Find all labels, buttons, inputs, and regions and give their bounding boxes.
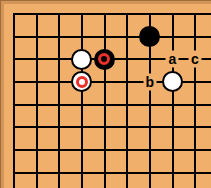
intersection — [48, 116, 71, 139]
intersection — [184, 2, 207, 25]
intersection — [184, 25, 207, 48]
intersection — [70, 70, 93, 93]
intersection — [161, 116, 184, 139]
go-board: acb — [0, 0, 211, 188]
intersection — [161, 70, 184, 93]
intersection: b — [138, 70, 161, 93]
intersection — [93, 138, 116, 161]
intersection — [138, 48, 161, 71]
intersection — [70, 161, 93, 184]
circle-marker-icon — [76, 76, 88, 88]
white-stone — [162, 71, 183, 92]
intersection — [48, 2, 71, 25]
black-stone — [139, 26, 160, 47]
intersection — [138, 116, 161, 139]
intersection — [48, 25, 71, 48]
intersection — [184, 116, 207, 139]
intersection — [161, 25, 184, 48]
intersection — [48, 161, 71, 184]
intersection — [48, 93, 71, 116]
intersection — [2, 138, 25, 161]
intersection — [93, 116, 116, 139]
intersection — [25, 2, 48, 25]
white-stone-circle-marked — [71, 71, 92, 92]
intersection — [70, 48, 93, 71]
intersection — [48, 138, 71, 161]
intersection — [138, 2, 161, 25]
intersection — [161, 161, 184, 184]
intersection — [138, 93, 161, 116]
circle-marker-icon — [98, 53, 110, 65]
intersection — [25, 70, 48, 93]
intersection — [93, 70, 116, 93]
intersection — [138, 138, 161, 161]
black-stone-circle-marked — [94, 49, 115, 70]
intersection — [116, 161, 139, 184]
intersection — [2, 116, 25, 139]
intersection — [93, 48, 116, 71]
intersection — [93, 25, 116, 48]
intersection — [138, 161, 161, 184]
intersection — [25, 138, 48, 161]
intersection — [25, 25, 48, 48]
intersection — [93, 93, 116, 116]
intersection — [48, 48, 71, 71]
intersection — [2, 93, 25, 116]
intersection — [70, 116, 93, 139]
intersection — [2, 25, 25, 48]
intersection — [70, 93, 93, 116]
intersection — [25, 161, 48, 184]
intersection — [2, 161, 25, 184]
intersection — [184, 161, 207, 184]
intersection — [184, 70, 207, 93]
intersection — [138, 25, 161, 48]
white-stone — [71, 49, 92, 70]
intersection — [116, 2, 139, 25]
point-label-a: a — [168, 52, 176, 66]
intersection: a — [161, 48, 184, 71]
intersection — [184, 93, 207, 116]
intersection — [48, 70, 71, 93]
intersection — [161, 2, 184, 25]
intersection — [116, 48, 139, 71]
intersection — [25, 116, 48, 139]
intersection — [70, 138, 93, 161]
intersection — [25, 93, 48, 116]
intersection — [25, 48, 48, 71]
intersection — [70, 2, 93, 25]
intersection — [116, 138, 139, 161]
intersection — [70, 25, 93, 48]
intersection — [116, 116, 139, 139]
board-grid: acb — [2, 2, 206, 183]
intersection — [2, 70, 25, 93]
intersection — [116, 70, 139, 93]
intersection — [116, 93, 139, 116]
intersection — [2, 2, 25, 25]
intersection — [161, 93, 184, 116]
point-label-c: c — [191, 52, 199, 66]
intersection — [184, 138, 207, 161]
intersection: c — [184, 48, 207, 71]
intersection — [116, 25, 139, 48]
point-label-b: b — [145, 75, 154, 89]
intersection — [2, 48, 25, 71]
intersection — [93, 161, 116, 184]
intersection — [93, 2, 116, 25]
intersection — [161, 138, 184, 161]
